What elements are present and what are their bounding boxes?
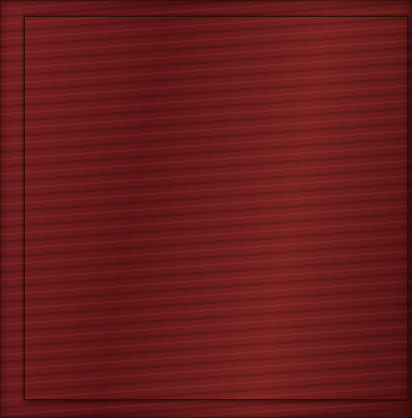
- chess-board: [24, 16, 408, 400]
- rank-label-5: [0, 160, 24, 208]
- file-label-e: [216, 400, 264, 418]
- rank-label-4: [0, 208, 24, 256]
- rank-label-6: [0, 112, 24, 160]
- file-label-b: [72, 400, 120, 418]
- file-label-c: [120, 400, 168, 418]
- rank-label-3: [0, 256, 24, 304]
- file-label-d: [168, 400, 216, 418]
- file-label-a: [24, 400, 72, 418]
- rank-label-8: [0, 16, 24, 64]
- rank-labels: [0, 16, 24, 400]
- rank-label-1: [0, 352, 24, 400]
- chess-board-frame: [0, 0, 412, 418]
- file-label-h: [360, 400, 408, 418]
- rank-label-7: [0, 64, 24, 112]
- file-label-g: [312, 400, 360, 418]
- rank-label-2: [0, 304, 24, 352]
- file-labels: [24, 400, 408, 418]
- file-label-f: [264, 400, 312, 418]
